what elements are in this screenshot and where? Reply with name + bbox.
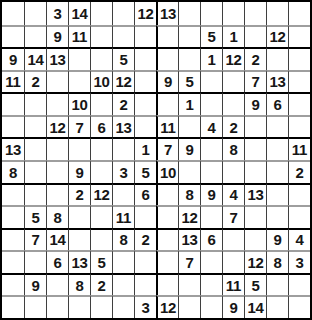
cell-r5c12-given[interactable]: 9: [244, 92, 266, 115]
cell-r4c2-given[interactable]: 2: [24, 70, 46, 93]
cell-r11c4-empty[interactable]: [68, 228, 90, 251]
cell-r14c3-empty[interactable]: [46, 295, 68, 318]
cell-r13c11-given[interactable]: 11: [222, 273, 244, 296]
cell-r12c12-given[interactable]: 12: [244, 250, 266, 273]
cell-r9c2-empty[interactable]: [24, 183, 46, 206]
cell-r4c10-empty[interactable]: [200, 70, 222, 93]
cell-r11c10-given[interactable]: 6: [200, 228, 222, 251]
cell-r14c5-empty[interactable]: [90, 295, 112, 318]
cell-r4c11-empty[interactable]: [222, 70, 244, 93]
cell-r13c5-given[interactable]: 2: [90, 273, 112, 296]
cell-r8c1-given[interactable]: 8: [2, 160, 24, 183]
cell-r6c3-given[interactable]: 12: [46, 115, 68, 138]
cell-r13c12-given[interactable]: 5: [244, 273, 266, 296]
cell-r8c2-empty[interactable]: [24, 160, 46, 183]
cell-r13c3-empty[interactable]: [46, 273, 68, 296]
cell-r4c1-given[interactable]: 11: [2, 70, 24, 93]
cell-r14c12-given[interactable]: 14: [244, 295, 266, 318]
cell-r7c2-empty[interactable]: [24, 137, 46, 160]
cell-r4c12-given[interactable]: 7: [244, 70, 266, 93]
cell-r12c11-empty[interactable]: [222, 250, 244, 273]
cell-r1c12-empty[interactable]: [244, 2, 266, 25]
cell-r12c9-given[interactable]: 7: [178, 250, 200, 273]
cell-r1c3-given[interactable]: 3: [46, 2, 68, 25]
cell-r10c2-given[interactable]: 5: [24, 205, 46, 228]
cell-r6c2-empty[interactable]: [24, 115, 46, 138]
cell-r14c14-empty[interactable]: [288, 295, 310, 318]
cell-r12c13-given[interactable]: 8: [266, 250, 288, 273]
cell-r10c1-empty[interactable]: [2, 205, 24, 228]
cell-r4c4-empty[interactable]: [68, 70, 90, 93]
cell-r1c13-empty[interactable]: [266, 2, 288, 25]
cell-r4c5-given[interactable]: 10: [90, 70, 112, 93]
cell-r2c11-given[interactable]: 1: [222, 25, 244, 48]
cell-r6c13-empty[interactable]: [266, 115, 288, 138]
cell-r11c9-given[interactable]: 13: [178, 228, 200, 251]
cell-r5c2-empty[interactable]: [24, 92, 46, 115]
cell-r8c12-empty[interactable]: [244, 160, 266, 183]
cell-r10c8-empty[interactable]: [156, 205, 178, 228]
cell-r13c7-empty[interactable]: [134, 273, 156, 296]
cell-r7c6-empty[interactable]: [112, 137, 134, 160]
cell-r12c2-empty[interactable]: [24, 250, 46, 273]
cell-r5c3-empty[interactable]: [46, 92, 68, 115]
cell-r1c1-empty[interactable]: [2, 2, 24, 25]
cell-r2c1-empty[interactable]: [2, 25, 24, 48]
cell-r11c7-given[interactable]: 2: [134, 228, 156, 251]
cell-r9c5-given[interactable]: 12: [90, 183, 112, 206]
cell-r3c9-empty[interactable]: [178, 47, 200, 70]
cell-r7c7-given[interactable]: 1: [134, 137, 156, 160]
cell-r3c14-empty[interactable]: [288, 47, 310, 70]
cell-r14c4-empty[interactable]: [68, 295, 90, 318]
cell-r8c9-empty[interactable]: [178, 160, 200, 183]
cell-r5c6-given[interactable]: 2: [112, 92, 134, 115]
cell-r8c14-given[interactable]: 2: [288, 160, 310, 183]
cell-r13c10-empty[interactable]: [200, 273, 222, 296]
cell-r8c10-empty[interactable]: [200, 160, 222, 183]
cell-r6c12-empty[interactable]: [244, 115, 266, 138]
cell-r14c11-given[interactable]: 9: [222, 295, 244, 318]
cell-r9c14-empty[interactable]: [288, 183, 310, 206]
cell-r10c6-given[interactable]: 11: [112, 205, 134, 228]
cell-r7c10-empty[interactable]: [200, 137, 222, 160]
cell-r12c10-empty[interactable]: [200, 250, 222, 273]
cell-r2c4-given[interactable]: 11: [68, 25, 90, 48]
cell-r12c14-given[interactable]: 3: [288, 250, 310, 273]
cell-r8c4-given[interactable]: 9: [68, 160, 90, 183]
cell-r11c11-empty[interactable]: [222, 228, 244, 251]
cell-r8c6-given[interactable]: 3: [112, 160, 134, 183]
cell-r6c14-empty[interactable]: [288, 115, 310, 138]
cell-r5c8-empty[interactable]: [156, 92, 178, 115]
cell-r1c6-empty[interactable]: [112, 2, 134, 25]
cell-r13c4-given[interactable]: 8: [68, 273, 90, 296]
cell-r11c8-empty[interactable]: [156, 228, 178, 251]
cell-r12c6-empty[interactable]: [112, 250, 134, 273]
cell-r1c2-empty[interactable]: [24, 2, 46, 25]
cell-r14c13-empty[interactable]: [266, 295, 288, 318]
cell-r1c10-empty[interactable]: [200, 2, 222, 25]
cell-r3c10-given[interactable]: 1: [200, 47, 222, 70]
cell-r1c7-given[interactable]: 12: [134, 2, 156, 25]
cell-r13c13-empty[interactable]: [266, 273, 288, 296]
cell-r5c10-empty[interactable]: [200, 92, 222, 115]
cell-r10c7-empty[interactable]: [134, 205, 156, 228]
cell-r13c1-empty[interactable]: [2, 273, 24, 296]
cell-r14c9-empty[interactable]: [178, 295, 200, 318]
cell-r5c1-empty[interactable]: [2, 92, 24, 115]
cell-r2c5-empty[interactable]: [90, 25, 112, 48]
cell-r6c6-given[interactable]: 13: [112, 115, 134, 138]
cell-r13c2-given[interactable]: 9: [24, 273, 46, 296]
cell-r1c8-given[interactable]: 13: [156, 2, 178, 25]
cell-r6c4-given[interactable]: 7: [68, 115, 90, 138]
cell-r13c14-empty[interactable]: [288, 273, 310, 296]
cell-r9c13-empty[interactable]: [266, 183, 288, 206]
cell-r6c5-given[interactable]: 6: [90, 115, 112, 138]
cell-r2c7-empty[interactable]: [134, 25, 156, 48]
cell-r2c2-empty[interactable]: [24, 25, 46, 48]
cell-r11c3-given[interactable]: 14: [46, 228, 68, 251]
cell-r10c9-given[interactable]: 12: [178, 205, 200, 228]
cell-r8c11-empty[interactable]: [222, 160, 244, 183]
cell-r14c6-empty[interactable]: [112, 295, 134, 318]
cell-r4c3-empty[interactable]: [46, 70, 68, 93]
cell-r3c2-given[interactable]: 14: [24, 47, 46, 70]
cell-r12c5-given[interactable]: 5: [90, 250, 112, 273]
cell-r3c4-empty[interactable]: [68, 47, 90, 70]
cell-r3c13-empty[interactable]: [266, 47, 288, 70]
cell-r5c5-empty[interactable]: [90, 92, 112, 115]
cell-r8c7-given[interactable]: 5: [134, 160, 156, 183]
cell-r14c2-empty[interactable]: [24, 295, 46, 318]
cell-r13c8-empty[interactable]: [156, 273, 178, 296]
cell-r9c9-given[interactable]: 8: [178, 183, 200, 206]
cell-r9c6-empty[interactable]: [112, 183, 134, 206]
cell-r5c13-given[interactable]: 6: [266, 92, 288, 115]
cell-r8c8-given[interactable]: 10: [156, 160, 178, 183]
cell-r2c3-given[interactable]: 9: [46, 25, 68, 48]
cell-r14c7-given[interactable]: 3: [134, 295, 156, 318]
cell-r7c14-given[interactable]: 11: [288, 137, 310, 160]
cell-r9c10-given[interactable]: 9: [200, 183, 222, 206]
cell-r1c11-empty[interactable]: [222, 2, 244, 25]
cell-r4c6-given[interactable]: 12: [112, 70, 134, 93]
cell-r7c8-given[interactable]: 7: [156, 137, 178, 160]
cell-r7c9-given[interactable]: 9: [178, 137, 200, 160]
cell-r8c3-empty[interactable]: [46, 160, 68, 183]
cell-r6c10-given[interactable]: 4: [200, 115, 222, 138]
cell-r6c1-empty[interactable]: [2, 115, 24, 138]
cell-r4c8-given[interactable]: 9: [156, 70, 178, 93]
cell-r14c8-given[interactable]: 12: [156, 295, 178, 318]
cell-r2c10-given[interactable]: 5: [200, 25, 222, 48]
cell-r9c1-empty[interactable]: [2, 183, 24, 206]
cell-r7c13-empty[interactable]: [266, 137, 288, 160]
cell-r7c11-given[interactable]: 8: [222, 137, 244, 160]
cell-r9c7-given[interactable]: 6: [134, 183, 156, 206]
cell-r11c6-given[interactable]: 8: [112, 228, 134, 251]
cell-r3c11-given[interactable]: 12: [222, 47, 244, 70]
cell-r8c5-empty[interactable]: [90, 160, 112, 183]
sudoku-board: 3141213911511291413511221121012957131021…: [0, 0, 312, 320]
cell-r10c12-empty[interactable]: [244, 205, 266, 228]
cell-r9c8-empty[interactable]: [156, 183, 178, 206]
cell-r1c9-empty[interactable]: [178, 2, 200, 25]
cell-r12c8-empty[interactable]: [156, 250, 178, 273]
cell-r10c14-empty[interactable]: [288, 205, 310, 228]
cell-r7c1-given[interactable]: 13: [2, 137, 24, 160]
cell-r11c1-empty[interactable]: [2, 228, 24, 251]
cell-r10c13-empty[interactable]: [266, 205, 288, 228]
cell-r3c5-empty[interactable]: [90, 47, 112, 70]
cell-r5c14-empty[interactable]: [288, 92, 310, 115]
cell-r9c3-empty[interactable]: [46, 183, 68, 206]
cell-r3c7-empty[interactable]: [134, 47, 156, 70]
cell-r2c14-empty[interactable]: [288, 25, 310, 48]
cell-r5c7-empty[interactable]: [134, 92, 156, 115]
cell-r6c8-given[interactable]: 11: [156, 115, 178, 138]
cell-r2c12-empty[interactable]: [244, 25, 266, 48]
cell-r12c3-given[interactable]: 6: [46, 250, 68, 273]
cell-r5c11-empty[interactable]: [222, 92, 244, 115]
cell-r4c14-empty[interactable]: [288, 70, 310, 93]
cell-r7c3-empty[interactable]: [46, 137, 68, 160]
cell-r1c5-empty[interactable]: [90, 2, 112, 25]
cell-r13c6-empty[interactable]: [112, 273, 134, 296]
cell-r1c14-empty[interactable]: [288, 2, 310, 25]
cell-r3c8-empty[interactable]: [156, 47, 178, 70]
cell-r10c11-given[interactable]: 7: [222, 205, 244, 228]
cell-r3c1-given[interactable]: 9: [2, 47, 24, 70]
cell-r11c13-given[interactable]: 9: [266, 228, 288, 251]
cell-r2c9-empty[interactable]: [178, 25, 200, 48]
cell-r2c6-empty[interactable]: [112, 25, 134, 48]
cell-r10c5-empty[interactable]: [90, 205, 112, 228]
cell-r14c10-empty[interactable]: [200, 295, 222, 318]
cell-r9c12-given[interactable]: 13: [244, 183, 266, 206]
cell-r10c10-empty[interactable]: [200, 205, 222, 228]
cell-r11c14-given[interactable]: 4: [288, 228, 310, 251]
cell-r6c7-empty[interactable]: [134, 115, 156, 138]
cell-r5c9-given[interactable]: 1: [178, 92, 200, 115]
cell-r6c9-empty[interactable]: [178, 115, 200, 138]
cell-r4c9-given[interactable]: 5: [178, 70, 200, 93]
cell-r3c12-given[interactable]: 2: [244, 47, 266, 70]
cell-r4c13-given[interactable]: 13: [266, 70, 288, 93]
cell-r6c11-given[interactable]: 2: [222, 115, 244, 138]
cell-r8c13-empty[interactable]: [266, 160, 288, 183]
cell-r9c11-given[interactable]: 4: [222, 183, 244, 206]
cell-r10c4-empty[interactable]: [68, 205, 90, 228]
cell-r4c7-empty[interactable]: [134, 70, 156, 93]
cell-r5c4-given[interactable]: 10: [68, 92, 90, 115]
cell-r3c6-given[interactable]: 5: [112, 47, 134, 70]
cell-r10c3-given[interactable]: 8: [46, 205, 68, 228]
cell-r2c13-given[interactable]: 12: [266, 25, 288, 48]
cell-r11c12-empty[interactable]: [244, 228, 266, 251]
cell-r7c4-empty[interactable]: [68, 137, 90, 160]
cell-r7c12-empty[interactable]: [244, 137, 266, 160]
cell-r1c4-given[interactable]: 14: [68, 2, 90, 25]
cell-r2c8-empty[interactable]: [156, 25, 178, 48]
cell-r14c1-empty[interactable]: [2, 295, 24, 318]
cell-r12c7-empty[interactable]: [134, 250, 156, 273]
cell-r13c9-empty[interactable]: [178, 273, 200, 296]
cell-r3c3-given[interactable]: 13: [46, 47, 68, 70]
cell-r11c2-given[interactable]: 7: [24, 228, 46, 251]
cell-r12c4-given[interactable]: 13: [68, 250, 90, 273]
cell-r12c1-empty[interactable]: [2, 250, 24, 273]
cell-r7c5-empty[interactable]: [90, 137, 112, 160]
cell-r9c4-given[interactable]: 2: [68, 183, 90, 206]
cell-r11c5-empty[interactable]: [90, 228, 112, 251]
